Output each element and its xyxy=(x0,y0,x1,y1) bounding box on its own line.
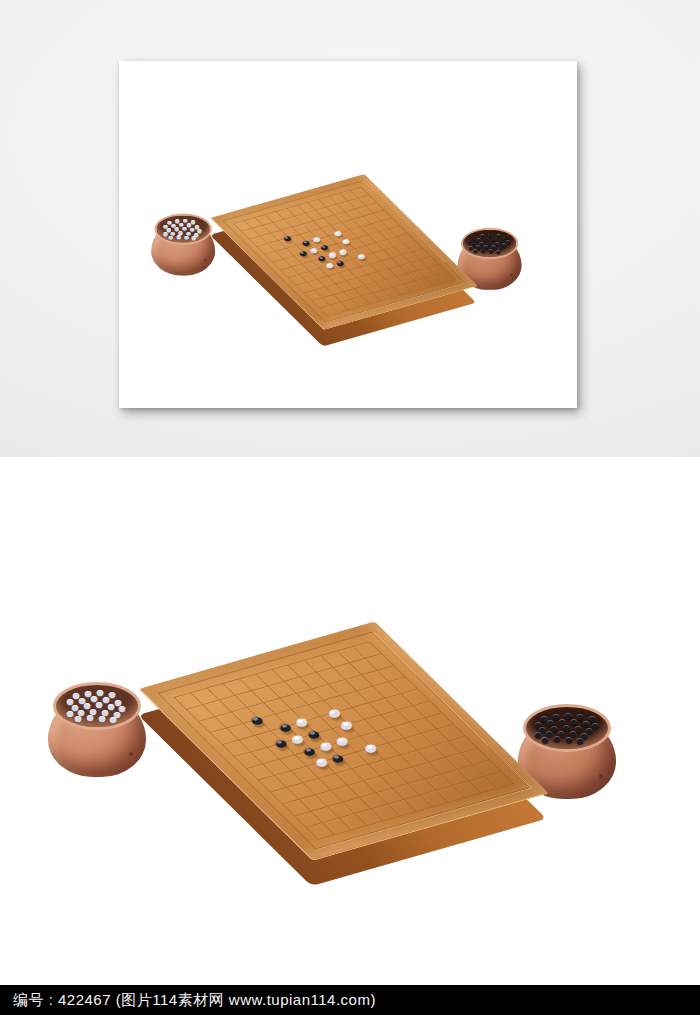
go-illustration-full: ●●●●●●●●●●●●●●●●●●●●●●●●●●●●●●●●●●●●●●●●… xyxy=(40,600,620,930)
white-pebble: ● xyxy=(72,714,84,723)
white-pebble: ● xyxy=(190,235,198,241)
black-pebble: ● xyxy=(479,247,487,253)
white-pebble: ● xyxy=(167,234,175,240)
go-board xyxy=(174,641,515,840)
bowl-mouth: ●●●●●●●●●●●●●●●●●●●●●●● xyxy=(53,682,141,730)
go-board xyxy=(233,187,455,316)
bowl-mouth: ●●●●●●●●●●●●●●●●●●●●●●●●● xyxy=(523,704,611,752)
black-pebble: ● xyxy=(574,736,586,745)
black-pebble: ● xyxy=(471,248,479,254)
white-stone-bowl: ●●●●●●●●●●●●●●●●●●●●●●● xyxy=(48,682,146,778)
black-pebble: ● xyxy=(551,734,563,743)
footer-text: 编号 : 422467 (图片114素材网 www.tupian114.com) xyxy=(0,991,376,1010)
white-pebble: ● xyxy=(107,715,119,724)
bowl-mouth: ●●●●●●●●●●●●●●●●●●●●●●● xyxy=(154,213,211,244)
black-pebble: ● xyxy=(539,735,551,744)
black-pebble: ● xyxy=(494,249,502,255)
white-pebble: ● xyxy=(84,713,96,722)
white-pebble: ● xyxy=(175,234,183,240)
white-stone-bowl: ●●●●●●●●●●●●●●●●●●●●●●● xyxy=(151,213,215,276)
go-illustration-preview: ●●●●●●●●●●●●●●●●●●●●●●●●●●●●●●●●●●●●●●●●… xyxy=(146,160,524,375)
bowl-mouth: ●●●●●●●●●●●●●●●●●●●●●●●●● xyxy=(461,228,518,259)
footer-bar: 编号 : 422467 (图片114素材网 www.tupian114.com) xyxy=(0,985,700,1015)
page: { "game": "go", "board": { "lines": 13, … xyxy=(0,0,700,1015)
